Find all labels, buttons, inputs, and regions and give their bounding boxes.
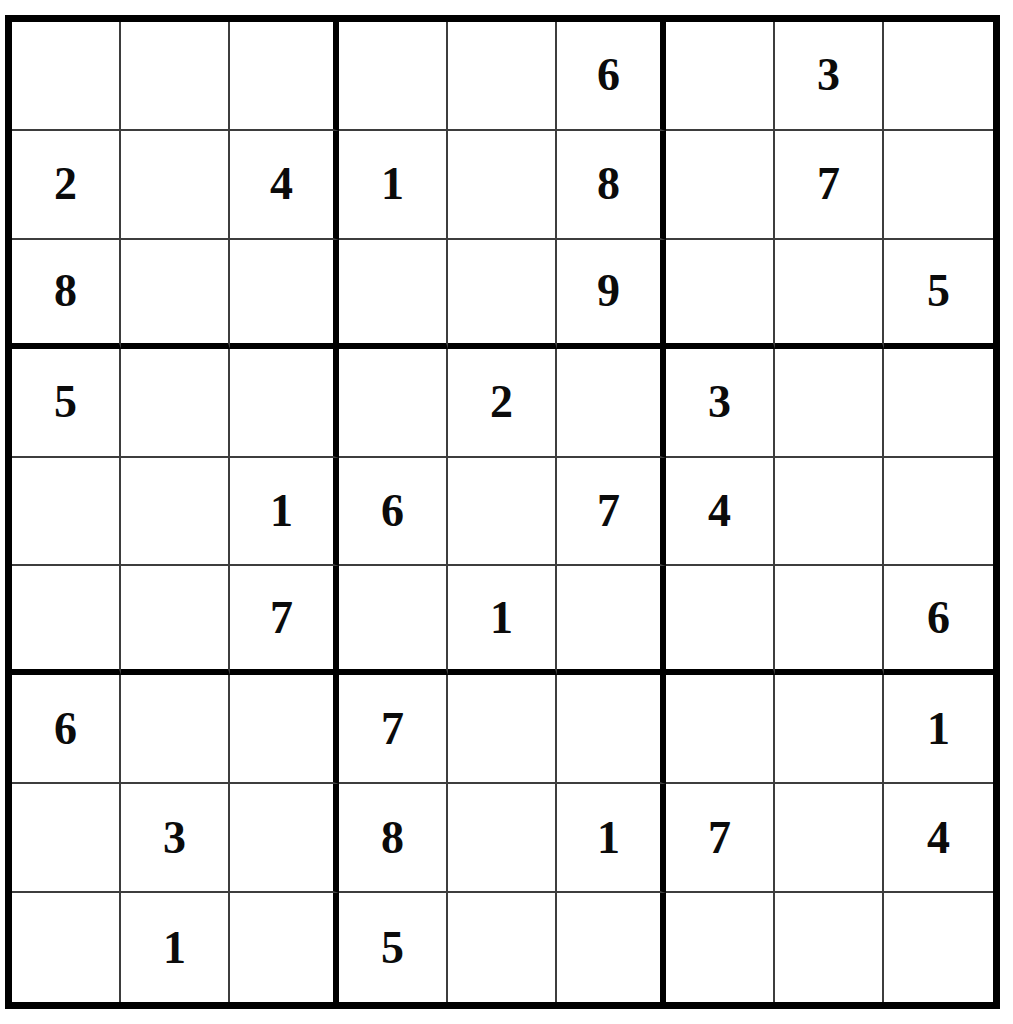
sudoku-board: 632418789552316747166713817415	[5, 15, 1000, 1009]
sudoku-cell[interactable]	[339, 349, 448, 458]
sudoku-cell[interactable]: 8	[339, 784, 448, 893]
sudoku-cell[interactable]	[666, 22, 775, 131]
sudoku-cell[interactable]: 3	[121, 784, 230, 893]
sudoku-cell[interactable]	[448, 131, 557, 240]
sudoku-cell[interactable]	[121, 349, 230, 458]
sudoku-cell[interactable]: 8	[557, 131, 666, 240]
sudoku-cell[interactable]	[12, 22, 121, 131]
sudoku-cell[interactable]	[775, 566, 884, 675]
sudoku-cell[interactable]	[775, 240, 884, 349]
sudoku-cell[interactable]	[884, 131, 993, 240]
sudoku-cell[interactable]: 5	[884, 240, 993, 349]
sudoku-cell[interactable]	[230, 675, 339, 784]
sudoku-cell[interactable]: 4	[884, 784, 993, 893]
sudoku-cell[interactable]: 7	[666, 784, 775, 893]
sudoku-cell[interactable]	[557, 349, 666, 458]
sudoku-cell[interactable]	[775, 893, 884, 1002]
sudoku-cell[interactable]: 5	[339, 893, 448, 1002]
sudoku-cell[interactable]	[448, 784, 557, 893]
sudoku-cell[interactable]: 7	[775, 131, 884, 240]
sudoku-cell[interactable]	[557, 566, 666, 675]
sudoku-cell[interactable]	[448, 675, 557, 784]
sudoku-cell[interactable]	[448, 240, 557, 349]
sudoku-cell[interactable]	[775, 349, 884, 458]
sudoku-cell[interactable]	[339, 566, 448, 675]
sudoku-cell[interactable]	[230, 349, 339, 458]
sudoku-cell[interactable]	[775, 458, 884, 567]
sudoku-cell[interactable]	[12, 458, 121, 567]
sudoku-cell[interactable]: 3	[775, 22, 884, 131]
sudoku-cell[interactable]	[121, 675, 230, 784]
sudoku-cell[interactable]: 8	[12, 240, 121, 349]
sudoku-cell[interactable]	[884, 893, 993, 1002]
sudoku-cell[interactable]: 7	[230, 566, 339, 675]
sudoku-cell[interactable]	[230, 22, 339, 131]
sudoku-cell[interactable]: 1	[339, 131, 448, 240]
sudoku-cell[interactable]	[557, 675, 666, 784]
sudoku-cell[interactable]: 6	[557, 22, 666, 131]
sudoku-cell[interactable]	[121, 566, 230, 675]
sudoku-cell[interactable]	[230, 784, 339, 893]
sudoku-cell[interactable]: 6	[884, 566, 993, 675]
sudoku-cell[interactable]: 3	[666, 349, 775, 458]
sudoku-cell[interactable]: 4	[230, 131, 339, 240]
sudoku-cell[interactable]	[121, 131, 230, 240]
sudoku-cell[interactable]	[666, 131, 775, 240]
sudoku-cell[interactable]: 1	[884, 675, 993, 784]
sudoku-cell[interactable]	[557, 893, 666, 1002]
sudoku-cell[interactable]	[884, 349, 993, 458]
sudoku-cell[interactable]	[121, 458, 230, 567]
sudoku-cell[interactable]: 6	[12, 675, 121, 784]
sudoku-cell[interactable]	[230, 893, 339, 1002]
sudoku-cell[interactable]: 9	[557, 240, 666, 349]
sudoku-cell[interactable]	[666, 893, 775, 1002]
sudoku-cell[interactable]: 1	[230, 458, 339, 567]
sudoku-cell[interactable]: 7	[557, 458, 666, 567]
sudoku-cell[interactable]	[12, 784, 121, 893]
sudoku-cell[interactable]	[884, 458, 993, 567]
sudoku-cell[interactable]: 4	[666, 458, 775, 567]
sudoku-cell[interactable]: 7	[339, 675, 448, 784]
sudoku-cell[interactable]	[339, 22, 448, 131]
sudoku-cell[interactable]	[121, 22, 230, 131]
sudoku-cell[interactable]	[12, 566, 121, 675]
sudoku-cell[interactable]	[775, 784, 884, 893]
sudoku-cell[interactable]	[884, 22, 993, 131]
sudoku-cell[interactable]	[448, 458, 557, 567]
sudoku-cell[interactable]: 2	[448, 349, 557, 458]
sudoku-cell[interactable]	[339, 240, 448, 349]
sudoku-cell[interactable]: 6	[339, 458, 448, 567]
sudoku-cell[interactable]	[775, 675, 884, 784]
sudoku-cell[interactable]	[12, 893, 121, 1002]
sudoku-cell[interactable]	[448, 22, 557, 131]
sudoku-cell[interactable]	[666, 240, 775, 349]
sudoku-cell[interactable]: 1	[448, 566, 557, 675]
sudoku-cell[interactable]	[666, 675, 775, 784]
sudoku-cell[interactable]: 5	[12, 349, 121, 458]
sudoku-cell[interactable]	[230, 240, 339, 349]
sudoku-cell[interactable]	[448, 893, 557, 1002]
sudoku-cell[interactable]: 1	[121, 893, 230, 1002]
sudoku-cell[interactable]: 1	[557, 784, 666, 893]
sudoku-cell[interactable]: 2	[12, 131, 121, 240]
sudoku-cell[interactable]	[666, 566, 775, 675]
sudoku-cell[interactable]	[121, 240, 230, 349]
